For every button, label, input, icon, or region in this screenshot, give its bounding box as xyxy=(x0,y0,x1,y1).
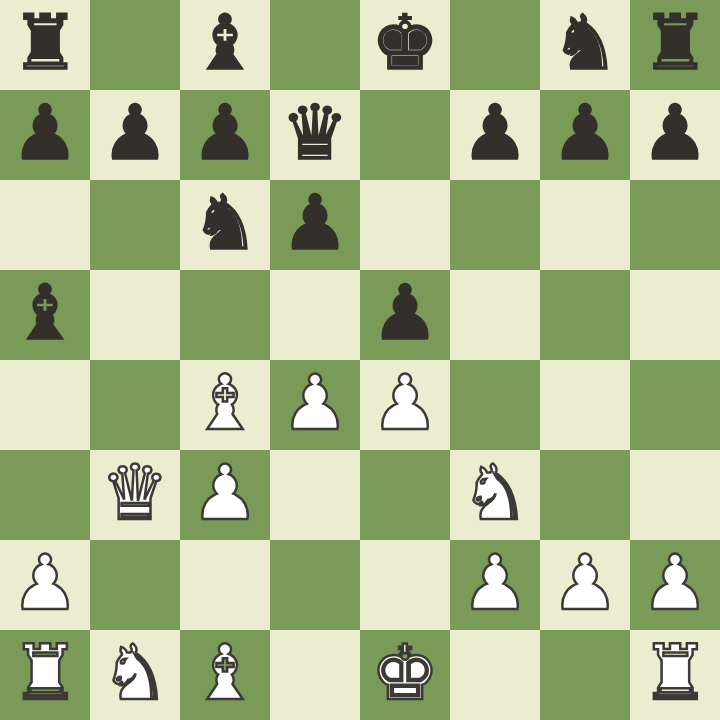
chess-board: ♜♝♚♞♜♟♟♟♛♟♟♟♞♟♝♟♝♟♟♛♟♞♟♟♟♟♜♞♝♚♜ xyxy=(0,0,720,720)
white-rook[interactable]: ♜ xyxy=(641,628,709,718)
black-pawn[interactable]: ♟ xyxy=(191,88,259,178)
black-bishop[interactable]: ♝ xyxy=(191,0,259,88)
square-h1[interactable]: ♜ xyxy=(630,630,720,720)
square-f7[interactable]: ♟ xyxy=(450,90,540,180)
black-queen[interactable]: ♛ xyxy=(281,88,349,178)
square-e8[interactable]: ♚ xyxy=(360,0,450,90)
square-a7[interactable]: ♟ xyxy=(0,90,90,180)
black-knight[interactable]: ♞ xyxy=(191,178,259,268)
square-b8[interactable] xyxy=(90,0,180,90)
square-b4[interactable] xyxy=(90,360,180,450)
square-g5[interactable] xyxy=(540,270,630,360)
square-b7[interactable]: ♟ xyxy=(90,90,180,180)
square-d2[interactable] xyxy=(270,540,360,630)
square-b1[interactable]: ♞ xyxy=(90,630,180,720)
white-pawn[interactable]: ♟ xyxy=(191,448,259,538)
square-c7[interactable]: ♟ xyxy=(180,90,270,180)
white-pawn[interactable]: ♟ xyxy=(371,358,439,448)
square-e6[interactable] xyxy=(360,180,450,270)
square-f5[interactable] xyxy=(450,270,540,360)
square-c3[interactable]: ♟ xyxy=(180,450,270,540)
square-a2[interactable]: ♟ xyxy=(0,540,90,630)
square-a3[interactable] xyxy=(0,450,90,540)
square-a1[interactable]: ♜ xyxy=(0,630,90,720)
white-rook[interactable]: ♜ xyxy=(11,628,79,718)
white-knight[interactable]: ♞ xyxy=(101,628,169,718)
square-g6[interactable] xyxy=(540,180,630,270)
square-h8[interactable]: ♜ xyxy=(630,0,720,90)
square-b6[interactable] xyxy=(90,180,180,270)
black-rook[interactable]: ♜ xyxy=(641,0,709,88)
square-e4[interactable]: ♟ xyxy=(360,360,450,450)
square-e7[interactable] xyxy=(360,90,450,180)
square-d7[interactable]: ♛ xyxy=(270,90,360,180)
square-h3[interactable] xyxy=(630,450,720,540)
white-bishop[interactable]: ♝ xyxy=(191,628,259,718)
black-knight[interactable]: ♞ xyxy=(551,0,619,88)
square-c1[interactable]: ♝ xyxy=(180,630,270,720)
square-d6[interactable]: ♟ xyxy=(270,180,360,270)
square-c8[interactable]: ♝ xyxy=(180,0,270,90)
black-rook[interactable]: ♜ xyxy=(11,0,79,88)
square-c2[interactable] xyxy=(180,540,270,630)
white-pawn[interactable]: ♟ xyxy=(281,358,349,448)
white-pawn[interactable]: ♟ xyxy=(551,538,619,628)
black-pawn[interactable]: ♟ xyxy=(281,178,349,268)
white-knight[interactable]: ♞ xyxy=(461,448,529,538)
square-d5[interactable] xyxy=(270,270,360,360)
black-bishop[interactable]: ♝ xyxy=(11,268,79,358)
square-d8[interactable] xyxy=(270,0,360,90)
square-g7[interactable]: ♟ xyxy=(540,90,630,180)
square-e1[interactable]: ♚ xyxy=(360,630,450,720)
black-king[interactable]: ♚ xyxy=(371,0,439,88)
square-c4[interactable]: ♝ xyxy=(180,360,270,450)
square-e2[interactable] xyxy=(360,540,450,630)
square-g1[interactable] xyxy=(540,630,630,720)
square-d4[interactable]: ♟ xyxy=(270,360,360,450)
black-pawn[interactable]: ♟ xyxy=(371,268,439,358)
square-h6[interactable] xyxy=(630,180,720,270)
white-pawn[interactable]: ♟ xyxy=(641,538,709,628)
square-f3[interactable]: ♞ xyxy=(450,450,540,540)
black-pawn[interactable]: ♟ xyxy=(461,88,529,178)
square-g8[interactable]: ♞ xyxy=(540,0,630,90)
square-a6[interactable] xyxy=(0,180,90,270)
square-h7[interactable]: ♟ xyxy=(630,90,720,180)
square-g2[interactable]: ♟ xyxy=(540,540,630,630)
square-e5[interactable]: ♟ xyxy=(360,270,450,360)
black-pawn[interactable]: ♟ xyxy=(11,88,79,178)
black-pawn[interactable]: ♟ xyxy=(101,88,169,178)
square-b5[interactable] xyxy=(90,270,180,360)
black-pawn[interactable]: ♟ xyxy=(641,88,709,178)
square-c5[interactable] xyxy=(180,270,270,360)
white-pawn[interactable]: ♟ xyxy=(11,538,79,628)
square-e3[interactable] xyxy=(360,450,450,540)
square-f8[interactable] xyxy=(450,0,540,90)
square-f1[interactable] xyxy=(450,630,540,720)
white-queen[interactable]: ♛ xyxy=(101,448,169,538)
square-f6[interactable] xyxy=(450,180,540,270)
square-f4[interactable] xyxy=(450,360,540,450)
white-bishop[interactable]: ♝ xyxy=(191,358,259,448)
white-king[interactable]: ♚ xyxy=(371,628,439,718)
square-f2[interactable]: ♟ xyxy=(450,540,540,630)
black-pawn[interactable]: ♟ xyxy=(551,88,619,178)
square-g3[interactable] xyxy=(540,450,630,540)
square-a8[interactable]: ♜ xyxy=(0,0,90,90)
white-pawn[interactable]: ♟ xyxy=(461,538,529,628)
square-h4[interactable] xyxy=(630,360,720,450)
square-d3[interactable] xyxy=(270,450,360,540)
square-h2[interactable]: ♟ xyxy=(630,540,720,630)
square-c6[interactable]: ♞ xyxy=(180,180,270,270)
square-b3[interactable]: ♛ xyxy=(90,450,180,540)
square-a4[interactable] xyxy=(0,360,90,450)
square-a5[interactable]: ♝ xyxy=(0,270,90,360)
square-d1[interactable] xyxy=(270,630,360,720)
square-g4[interactable] xyxy=(540,360,630,450)
square-b2[interactable] xyxy=(90,540,180,630)
square-h5[interactable] xyxy=(630,270,720,360)
